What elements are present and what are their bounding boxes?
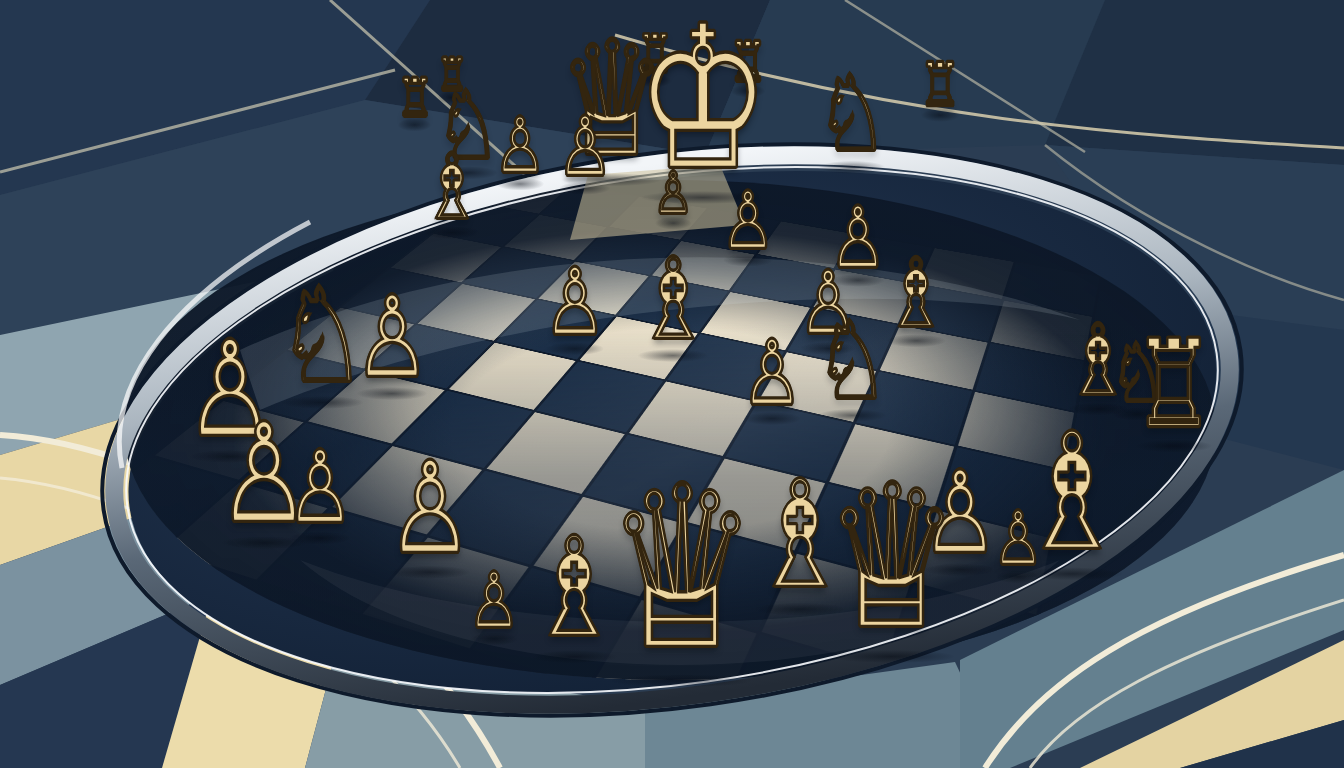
bishop-glyph: ♗ xyxy=(884,245,949,340)
pawn-piece[interactable]: ♙ xyxy=(217,438,310,542)
rook-piece[interactable]: ♖ xyxy=(397,84,433,124)
pawn-glyph: ♙ xyxy=(993,502,1043,576)
pawn-piece[interactable]: ♙ xyxy=(993,520,1043,576)
pawn-piece[interactable]: ♙ xyxy=(721,200,775,260)
bishop-glyph: ♗ xyxy=(635,243,711,355)
pawn-glyph: ♙ xyxy=(653,165,692,223)
bishop-piece[interactable]: ♗ xyxy=(422,164,483,232)
pawn-glyph: ♙ xyxy=(742,328,803,418)
rook-piece[interactable]: ♖ xyxy=(1133,354,1215,446)
queen-glyph: ♕ xyxy=(606,456,758,680)
pawn-piece[interactable]: ♙ xyxy=(494,125,546,183)
knight-piece[interactable]: ♘ xyxy=(815,333,889,415)
rook-glyph: ♖ xyxy=(397,72,433,125)
knight-glyph: ♘ xyxy=(277,270,367,402)
bishop-glyph: ♗ xyxy=(422,142,483,232)
rook-glyph: ♖ xyxy=(919,54,960,115)
pieces-layer: ♖♖♕♖♔♖♘♖♘♗♙♙♙♙♙♗♘♙♙♗♙♗♘♙♙♘♖♙♙♙♙♙♙♗♕♗♕♗ xyxy=(0,0,1344,768)
pawn-glyph: ♙ xyxy=(557,106,613,188)
knight-piece[interactable]: ♘ xyxy=(277,302,367,402)
pawn-glyph: ♙ xyxy=(544,256,607,348)
pawn-piece[interactable]: ♙ xyxy=(653,179,692,223)
queen-piece[interactable]: ♕ xyxy=(825,506,959,656)
pawn-piece[interactable]: ♙ xyxy=(742,350,803,418)
pawn-piece[interactable]: ♙ xyxy=(544,278,607,348)
queen-piece[interactable]: ♕ xyxy=(606,510,758,680)
pawn-glyph: ♙ xyxy=(721,180,775,259)
bishop-piece[interactable]: ♗ xyxy=(635,270,711,355)
chess-artwork-canvas: ♖♖♕♖♔♖♘♖♘♗♙♙♙♙♙♗♘♙♙♗♙♗♘♙♙♘♖♙♙♙♙♙♙♗♕♗♕♗ xyxy=(0,0,1344,768)
bishop-piece[interactable]: ♗ xyxy=(884,268,949,340)
rook-piece[interactable]: ♖ xyxy=(919,69,960,115)
pawn-piece[interactable]: ♙ xyxy=(387,476,473,572)
pawn-piece[interactable]: ♙ xyxy=(468,580,520,638)
queen-glyph: ♕ xyxy=(825,458,959,656)
knight-glyph: ♘ xyxy=(815,307,889,415)
pawn-glyph: ♙ xyxy=(217,405,310,542)
pawn-glyph: ♙ xyxy=(468,562,520,639)
rook-glyph: ♖ xyxy=(1133,324,1215,445)
knight-piece[interactable]: ♘ xyxy=(816,87,888,167)
pawn-glyph: ♙ xyxy=(387,445,473,572)
pawn-piece[interactable]: ♙ xyxy=(557,126,613,188)
knight-glyph: ♘ xyxy=(816,61,888,167)
pawn-glyph: ♙ xyxy=(494,107,546,184)
